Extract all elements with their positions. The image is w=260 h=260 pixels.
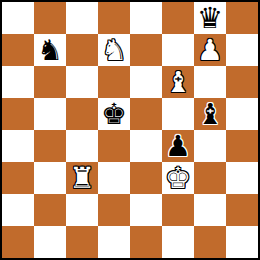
square-a6[interactable] <box>2 66 34 98</box>
square-c5[interactable] <box>66 98 98 130</box>
chess-board-window: ♛♞♞♟♝♚♝♟♜♚ <box>0 0 260 260</box>
square-d1[interactable] <box>98 226 130 258</box>
square-c6[interactable] <box>66 66 98 98</box>
square-e1[interactable] <box>130 226 162 258</box>
square-d4[interactable] <box>98 130 130 162</box>
square-h2[interactable] <box>226 194 258 226</box>
square-d2[interactable] <box>98 194 130 226</box>
piece-black-bishop: ♝ <box>197 98 223 130</box>
square-f8[interactable] <box>162 2 194 34</box>
square-b8[interactable] <box>34 2 66 34</box>
square-g4[interactable] <box>194 130 226 162</box>
square-b1[interactable] <box>34 226 66 258</box>
square-h1[interactable] <box>226 226 258 258</box>
square-b2[interactable] <box>34 194 66 226</box>
square-d7[interactable]: ♞ <box>98 34 130 66</box>
square-g8[interactable]: ♛ <box>194 2 226 34</box>
square-a4[interactable] <box>2 130 34 162</box>
piece-white-bishop: ♝ <box>165 66 191 98</box>
square-d6[interactable] <box>98 66 130 98</box>
piece-black-pawn: ♟ <box>165 130 191 162</box>
square-d5[interactable]: ♚ <box>98 98 130 130</box>
square-a3[interactable] <box>2 162 34 194</box>
square-b4[interactable] <box>34 130 66 162</box>
piece-white-pawn: ♟ <box>197 34 223 66</box>
square-h4[interactable] <box>226 130 258 162</box>
square-h7[interactable] <box>226 34 258 66</box>
square-g2[interactable] <box>194 194 226 226</box>
square-c1[interactable] <box>66 226 98 258</box>
square-b6[interactable] <box>34 66 66 98</box>
square-b3[interactable] <box>34 162 66 194</box>
square-d8[interactable] <box>98 2 130 34</box>
square-c8[interactable] <box>66 2 98 34</box>
square-f6[interactable]: ♝ <box>162 66 194 98</box>
chess-board: ♛♞♞♟♝♚♝♟♜♚ <box>0 0 260 260</box>
square-e3[interactable] <box>130 162 162 194</box>
square-b5[interactable] <box>34 98 66 130</box>
square-h8[interactable] <box>226 2 258 34</box>
square-a8[interactable] <box>2 2 34 34</box>
square-a5[interactable] <box>2 98 34 130</box>
square-f1[interactable] <box>162 226 194 258</box>
square-e2[interactable] <box>130 194 162 226</box>
square-e5[interactable] <box>130 98 162 130</box>
square-d3[interactable] <box>98 162 130 194</box>
square-e6[interactable] <box>130 66 162 98</box>
square-g5[interactable]: ♝ <box>194 98 226 130</box>
square-b7[interactable]: ♞ <box>34 34 66 66</box>
square-f4[interactable]: ♟ <box>162 130 194 162</box>
square-f2[interactable] <box>162 194 194 226</box>
square-e7[interactable] <box>130 34 162 66</box>
square-f3[interactable]: ♚ <box>162 162 194 194</box>
square-e8[interactable] <box>130 2 162 34</box>
square-g3[interactable] <box>194 162 226 194</box>
piece-white-rook: ♜ <box>69 162 95 194</box>
square-g1[interactable] <box>194 226 226 258</box>
square-g7[interactable]: ♟ <box>194 34 226 66</box>
square-a2[interactable] <box>2 194 34 226</box>
square-c4[interactable] <box>66 130 98 162</box>
square-h5[interactable] <box>226 98 258 130</box>
square-a7[interactable] <box>2 34 34 66</box>
piece-black-king: ♚ <box>101 98 127 130</box>
square-c7[interactable] <box>66 34 98 66</box>
square-e4[interactable] <box>130 130 162 162</box>
piece-white-knight: ♞ <box>101 34 127 66</box>
piece-black-knight: ♞ <box>37 34 63 66</box>
piece-black-queen: ♛ <box>197 2 223 34</box>
square-h3[interactable] <box>226 162 258 194</box>
square-f7[interactable] <box>162 34 194 66</box>
square-h6[interactable] <box>226 66 258 98</box>
piece-white-king: ♚ <box>165 162 191 194</box>
square-a1[interactable] <box>2 226 34 258</box>
square-c2[interactable] <box>66 194 98 226</box>
square-g6[interactable] <box>194 66 226 98</box>
square-f5[interactable] <box>162 98 194 130</box>
square-c3[interactable]: ♜ <box>66 162 98 194</box>
